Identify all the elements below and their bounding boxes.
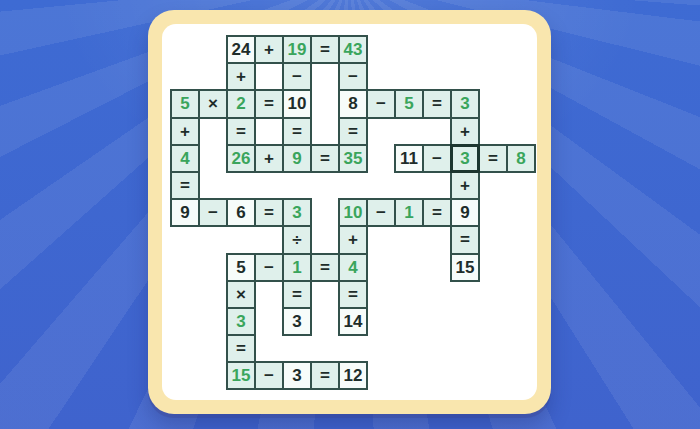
operator-cell-r8c11: = bbox=[450, 225, 480, 254]
operator-cell-r4c11: + bbox=[450, 117, 480, 146]
operator-cell-r10c5: = bbox=[282, 280, 312, 309]
operator-cell-r7c2: − bbox=[198, 198, 228, 227]
operator-cell-r5c6: = bbox=[310, 144, 340, 173]
given-number-cell-r7c1: 9 bbox=[170, 198, 200, 227]
answer-number-cell-r13c3[interactable]: 15 bbox=[226, 361, 256, 390]
answer-number-cell-r5c7[interactable]: 35 bbox=[338, 144, 368, 173]
operator-cell-r7c10: = bbox=[422, 198, 452, 227]
operator-cell-r13c6: = bbox=[310, 361, 340, 390]
operator-cell-r3c8: − bbox=[366, 89, 396, 118]
puzzle-card: 24+19=43+−−5×2=108−5=3+===+426+9=3511−3=… bbox=[148, 10, 551, 414]
crossmath-grid: 24+19=43+−−5×2=108−5=3+===+426+9=3511−3=… bbox=[171, 36, 535, 389]
operator-cell-r6c1: = bbox=[170, 171, 200, 200]
answer-number-cell-r7c9[interactable]: 1 bbox=[394, 198, 424, 227]
answer-number-cell-r3c3[interactable]: 2 bbox=[226, 89, 256, 118]
answer-number-cell-r1c7[interactable]: 43 bbox=[338, 35, 368, 64]
answer-number-cell-r5c13[interactable]: 8 bbox=[506, 144, 536, 173]
given-number-cell-r11c5: 3 bbox=[282, 307, 312, 336]
given-number-cell-r7c11: 9 bbox=[450, 198, 480, 227]
operator-cell-r12c3: = bbox=[226, 334, 256, 363]
given-number-cell-r13c7: 12 bbox=[338, 361, 368, 390]
operator-cell-r5c4: + bbox=[254, 144, 284, 173]
answer-number-cell-r9c7[interactable]: 4 bbox=[338, 253, 368, 282]
operator-cell-r13c4: − bbox=[254, 361, 284, 390]
operator-cell-r3c4: = bbox=[254, 89, 284, 118]
given-number-cell-r7c3: 6 bbox=[226, 198, 256, 227]
operator-cell-r1c6: = bbox=[310, 35, 340, 64]
answer-number-cell-r5c11-selected[interactable]: 3 bbox=[450, 144, 480, 173]
answer-number-cell-r7c7[interactable]: 10 bbox=[338, 198, 368, 227]
puzzle-board: 24+19=43+−−5×2=108−5=3+===+426+9=3511−3=… bbox=[162, 24, 537, 400]
operator-cell-r3c2: × bbox=[198, 89, 228, 118]
answer-number-cell-r3c9[interactable]: 5 bbox=[394, 89, 424, 118]
answer-number-cell-r11c3[interactable]: 3 bbox=[226, 307, 256, 336]
given-number-cell-r9c11: 15 bbox=[450, 253, 480, 282]
operator-cell-r9c4: − bbox=[254, 253, 284, 282]
operator-cell-r8c7: + bbox=[338, 225, 368, 254]
operator-cell-r4c5: = bbox=[282, 117, 312, 146]
given-number-cell-r3c7: 8 bbox=[338, 89, 368, 118]
operator-cell-r10c7: = bbox=[338, 280, 368, 309]
given-number-cell-r1c3: 24 bbox=[226, 35, 256, 64]
answer-number-cell-r5c1[interactable]: 4 bbox=[170, 144, 200, 173]
given-number-cell-r11c7: 14 bbox=[338, 307, 368, 336]
operator-cell-r2c5: − bbox=[282, 62, 312, 91]
operator-cell-r8c5: ÷ bbox=[282, 225, 312, 254]
operator-cell-r6c11: + bbox=[450, 171, 480, 200]
operator-cell-r3c10: = bbox=[422, 89, 452, 118]
operator-cell-r7c8: − bbox=[366, 198, 396, 227]
given-number-cell-r9c3: 5 bbox=[226, 253, 256, 282]
operator-cell-r1c4: + bbox=[254, 35, 284, 64]
given-number-cell-r13c5: 3 bbox=[282, 361, 312, 390]
operator-cell-r2c7: − bbox=[338, 62, 368, 91]
answer-number-cell-r1c5[interactable]: 19 bbox=[282, 35, 312, 64]
app-background: 24+19=43+−−5×2=108−5=3+===+426+9=3511−3=… bbox=[0, 0, 700, 429]
operator-cell-r7c4: = bbox=[254, 198, 284, 227]
given-number-cell-r3c5: 10 bbox=[282, 89, 312, 118]
operator-cell-r4c3: = bbox=[226, 117, 256, 146]
answer-number-cell-r5c3[interactable]: 26 bbox=[226, 144, 256, 173]
answer-number-cell-r3c11[interactable]: 3 bbox=[450, 89, 480, 118]
answer-number-cell-r5c5[interactable]: 9 bbox=[282, 144, 312, 173]
operator-cell-r5c10: − bbox=[422, 144, 452, 173]
given-number-cell-r5c9: 11 bbox=[394, 144, 424, 173]
answer-number-cell-r3c1[interactable]: 5 bbox=[170, 89, 200, 118]
operator-cell-r9c6: = bbox=[310, 253, 340, 282]
operator-cell-r10c3: × bbox=[226, 280, 256, 309]
answer-number-cell-r7c5[interactable]: 3 bbox=[282, 198, 312, 227]
operator-cell-r5c12: = bbox=[478, 144, 508, 173]
operator-cell-r4c1: + bbox=[170, 117, 200, 146]
operator-cell-r2c3: + bbox=[226, 62, 256, 91]
operator-cell-r4c7: = bbox=[338, 117, 368, 146]
answer-number-cell-r9c5[interactable]: 1 bbox=[282, 253, 312, 282]
